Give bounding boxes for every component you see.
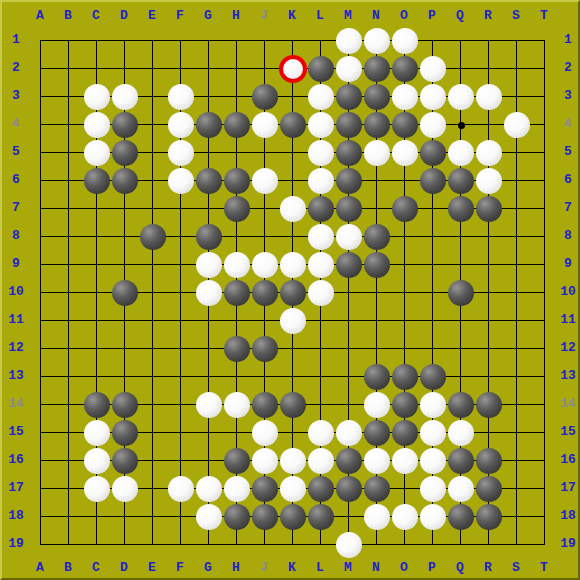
stone-black-R7 [476, 196, 502, 222]
stone-white-P2 [420, 56, 446, 82]
stone-black-L7 [308, 196, 334, 222]
stone-black-D10 [112, 280, 138, 306]
stone-white-M8 [336, 224, 362, 250]
coordinate-label-bottom-E: E [142, 561, 162, 575]
stone-black-D14 [112, 392, 138, 418]
stone-white-D17 [112, 476, 138, 502]
stone-black-J18 [252, 504, 278, 530]
go-board-applet: AABBCCDDEEFFGGHHJJKKLLMMNNOOPPQQRRSSTT11… [0, 0, 580, 580]
stone-black-C14 [84, 392, 110, 418]
stone-white-H17 [224, 476, 250, 502]
stone-black-G8 [196, 224, 222, 250]
stone-white-J16 [252, 448, 278, 474]
stone-white-F6 [168, 168, 194, 194]
coordinate-label-left-9: 9 [6, 257, 26, 271]
stone-white-M1 [336, 28, 362, 54]
stone-black-H10 [224, 280, 250, 306]
coordinate-label-top-N: N [366, 9, 386, 23]
stone-black-L18 [308, 504, 334, 530]
stone-white-P4 [420, 112, 446, 138]
stone-white-D3 [112, 84, 138, 110]
stone-black-Q18 [448, 504, 474, 530]
stone-white-C16 [84, 448, 110, 474]
stone-white-F3 [168, 84, 194, 110]
stone-white-G14 [196, 392, 222, 418]
stone-black-Q7 [448, 196, 474, 222]
stone-white-M19 [336, 532, 362, 558]
coordinate-label-top-A: A [30, 9, 50, 23]
coordinate-label-left-5: 5 [6, 145, 26, 159]
coordinate-label-right-5: 5 [558, 145, 578, 159]
coordinate-label-bottom-L: L [310, 561, 330, 575]
coordinate-label-left-18: 18 [6, 509, 26, 523]
coordinate-label-top-D: D [114, 9, 134, 23]
stone-black-M4 [336, 112, 362, 138]
coordinate-label-left-2: 2 [6, 61, 26, 75]
coordinate-label-right-11: 11 [558, 313, 578, 327]
stone-white-L4 [308, 112, 334, 138]
coordinate-label-left-14: 14 [6, 397, 26, 411]
coordinate-label-top-L: L [310, 9, 330, 23]
stone-white-F17 [168, 476, 194, 502]
stone-white-L8 [308, 224, 334, 250]
stone-black-M9 [336, 252, 362, 278]
coordinate-label-right-1: 1 [558, 33, 578, 47]
coordinate-label-left-12: 12 [6, 341, 26, 355]
coordinate-label-top-T: T [534, 9, 554, 23]
stone-white-C5 [84, 140, 110, 166]
coordinate-label-right-4: 4 [558, 117, 578, 131]
stone-white-K17 [280, 476, 306, 502]
stone-white-O3 [392, 84, 418, 110]
stone-black-O15 [392, 420, 418, 446]
coordinate-label-right-18: 18 [558, 509, 578, 523]
stone-white-N18 [364, 504, 390, 530]
coordinate-label-right-9: 9 [558, 257, 578, 271]
coordinate-label-right-10: 10 [558, 285, 578, 299]
stone-black-D4 [112, 112, 138, 138]
stone-white-L10 [308, 280, 334, 306]
stone-black-K10 [280, 280, 306, 306]
stone-white-C17 [84, 476, 110, 502]
stone-black-M17 [336, 476, 362, 502]
stone-black-H18 [224, 504, 250, 530]
coordinate-label-right-19: 19 [558, 537, 578, 551]
coordinate-label-right-7: 7 [558, 201, 578, 215]
stone-white-P18 [420, 504, 446, 530]
coordinate-label-top-M: M [338, 9, 358, 23]
stone-black-N2 [364, 56, 390, 82]
stone-black-N9 [364, 252, 390, 278]
stone-black-N13 [364, 364, 390, 390]
stone-white-O18 [392, 504, 418, 530]
coordinate-label-bottom-Q: Q [450, 561, 470, 575]
stone-black-R14 [476, 392, 502, 418]
stone-white-L5 [308, 140, 334, 166]
stone-white-Q5 [448, 140, 474, 166]
coordinate-label-right-16: 16 [558, 453, 578, 467]
coordinate-label-left-8: 8 [6, 229, 26, 243]
stone-white-O1 [392, 28, 418, 54]
stone-white-J9 [252, 252, 278, 278]
stone-white-N1 [364, 28, 390, 54]
stone-black-J17 [252, 476, 278, 502]
stone-black-J10 [252, 280, 278, 306]
stone-black-P13 [420, 364, 446, 390]
stone-black-N8 [364, 224, 390, 250]
stone-black-H7 [224, 196, 250, 222]
stone-white-R3 [476, 84, 502, 110]
last-move-marked-stone-K2 [279, 55, 307, 83]
stone-white-O16 [392, 448, 418, 474]
coordinate-label-top-C: C [86, 9, 106, 23]
stone-black-M6 [336, 168, 362, 194]
coordinate-label-bottom-M: M [338, 561, 358, 575]
stone-white-K16 [280, 448, 306, 474]
stone-black-C6 [84, 168, 110, 194]
stone-black-G6 [196, 168, 222, 194]
coordinate-label-right-6: 6 [558, 173, 578, 187]
coordinate-label-left-19: 19 [6, 537, 26, 551]
stone-black-M16 [336, 448, 362, 474]
stone-white-P14 [420, 392, 446, 418]
coordinate-label-right-15: 15 [558, 425, 578, 439]
stone-black-R18 [476, 504, 502, 530]
grid-hline-12 [40, 348, 545, 349]
stone-white-P3 [420, 84, 446, 110]
stone-white-L9 [308, 252, 334, 278]
stone-black-D5 [112, 140, 138, 166]
stone-black-D16 [112, 448, 138, 474]
coordinate-label-bottom-R: R [478, 561, 498, 575]
stone-white-N16 [364, 448, 390, 474]
coordinate-label-left-1: 1 [6, 33, 26, 47]
coordinate-label-right-17: 17 [558, 481, 578, 495]
coordinate-label-right-2: 2 [558, 61, 578, 75]
stone-black-N17 [364, 476, 390, 502]
stone-black-K14 [280, 392, 306, 418]
coordinate-label-left-10: 10 [6, 285, 26, 299]
stone-black-N4 [364, 112, 390, 138]
stone-black-H12 [224, 336, 250, 362]
stone-white-R5 [476, 140, 502, 166]
stone-white-S4 [504, 112, 530, 138]
stone-black-Q10 [448, 280, 474, 306]
stone-black-Q6 [448, 168, 474, 194]
stone-white-M2 [336, 56, 362, 82]
stone-black-P6 [420, 168, 446, 194]
stone-black-E8 [140, 224, 166, 250]
coordinate-label-bottom-J: J [254, 561, 274, 575]
stone-white-R6 [476, 168, 502, 194]
coordinate-label-top-E: E [142, 9, 162, 23]
coordinate-label-left-7: 7 [6, 201, 26, 215]
stone-white-G18 [196, 504, 222, 530]
coordinate-label-bottom-C: C [86, 561, 106, 575]
coordinate-label-top-J: J [254, 9, 274, 23]
stone-black-N3 [364, 84, 390, 110]
stone-white-F5 [168, 140, 194, 166]
coordinate-label-left-15: 15 [6, 425, 26, 439]
stone-white-G17 [196, 476, 222, 502]
stone-white-K7 [280, 196, 306, 222]
coordinate-label-bottom-H: H [226, 561, 246, 575]
stone-white-N14 [364, 392, 390, 418]
stone-black-L17 [308, 476, 334, 502]
coordinate-label-bottom-N: N [366, 561, 386, 575]
stone-white-L3 [308, 84, 334, 110]
coordinate-label-top-P: P [422, 9, 442, 23]
stone-black-H4 [224, 112, 250, 138]
stone-black-K4 [280, 112, 306, 138]
coordinate-label-top-B: B [58, 9, 78, 23]
stone-black-J14 [252, 392, 278, 418]
coordinate-label-top-Q: Q [450, 9, 470, 23]
stone-black-K18 [280, 504, 306, 530]
coordinate-label-top-S: S [506, 9, 526, 23]
stone-white-P15 [420, 420, 446, 446]
coordinate-label-top-F: F [170, 9, 190, 23]
stone-black-O4 [392, 112, 418, 138]
coordinate-label-bottom-S: S [506, 561, 526, 575]
stone-black-D6 [112, 168, 138, 194]
stone-black-Q14 [448, 392, 474, 418]
stone-black-R16 [476, 448, 502, 474]
stone-black-M3 [336, 84, 362, 110]
stone-black-G4 [196, 112, 222, 138]
stone-black-H6 [224, 168, 250, 194]
coordinate-label-bottom-K: K [282, 561, 302, 575]
stone-white-L15 [308, 420, 334, 446]
grid-vline-T [544, 40, 545, 545]
stone-black-P5 [420, 140, 446, 166]
stone-black-R17 [476, 476, 502, 502]
stone-white-K11 [280, 308, 306, 334]
stone-white-Q15 [448, 420, 474, 446]
stone-white-C3 [84, 84, 110, 110]
stone-white-Q3 [448, 84, 474, 110]
stone-black-D15 [112, 420, 138, 446]
stone-white-G10 [196, 280, 222, 306]
star-point-Q4 [458, 122, 465, 129]
grid-hline-13 [40, 376, 545, 377]
stone-black-H16 [224, 448, 250, 474]
stone-white-J4 [252, 112, 278, 138]
coordinate-label-bottom-P: P [422, 561, 442, 575]
coordinate-label-bottom-O: O [394, 561, 414, 575]
stone-white-L16 [308, 448, 334, 474]
coordinate-label-bottom-T: T [534, 561, 554, 575]
coordinate-label-right-3: 3 [558, 89, 578, 103]
stone-black-O2 [392, 56, 418, 82]
coordinate-label-top-R: R [478, 9, 498, 23]
coordinate-label-left-4: 4 [6, 117, 26, 131]
coordinate-label-right-14: 14 [558, 397, 578, 411]
coordinate-label-left-6: 6 [6, 173, 26, 187]
stone-white-M15 [336, 420, 362, 446]
stone-black-O13 [392, 364, 418, 390]
coordinate-label-bottom-D: D [114, 561, 134, 575]
stone-white-F4 [168, 112, 194, 138]
stone-white-G9 [196, 252, 222, 278]
stone-black-O14 [392, 392, 418, 418]
coordinate-label-left-17: 17 [6, 481, 26, 495]
stone-white-P17 [420, 476, 446, 502]
coordinate-label-bottom-A: A [30, 561, 50, 575]
coordinate-label-bottom-B: B [58, 561, 78, 575]
coordinate-label-right-8: 8 [558, 229, 578, 243]
stone-black-L2 [308, 56, 334, 82]
stone-white-C4 [84, 112, 110, 138]
stone-white-H14 [224, 392, 250, 418]
coordinate-label-bottom-G: G [198, 561, 218, 575]
stone-black-N15 [364, 420, 390, 446]
coordinate-label-left-16: 16 [6, 453, 26, 467]
stone-black-J3 [252, 84, 278, 110]
stone-white-J6 [252, 168, 278, 194]
stone-black-M7 [336, 196, 362, 222]
coordinate-label-left-11: 11 [6, 313, 26, 327]
coordinate-label-top-H: H [226, 9, 246, 23]
stone-black-J12 [252, 336, 278, 362]
stone-black-O7 [392, 196, 418, 222]
stone-white-Q17 [448, 476, 474, 502]
stone-white-L6 [308, 168, 334, 194]
coordinate-label-left-13: 13 [6, 369, 26, 383]
coordinate-label-top-K: K [282, 9, 302, 23]
stone-black-Q16 [448, 448, 474, 474]
stone-white-K9 [280, 252, 306, 278]
grid-hline-19 [40, 544, 545, 545]
stone-white-O5 [392, 140, 418, 166]
stone-white-H9 [224, 252, 250, 278]
coordinate-label-left-3: 3 [6, 89, 26, 103]
coordinate-label-right-13: 13 [558, 369, 578, 383]
stone-white-P16 [420, 448, 446, 474]
coordinate-label-top-O: O [394, 9, 414, 23]
coordinate-label-right-12: 12 [558, 341, 578, 355]
stone-white-N5 [364, 140, 390, 166]
coordinate-label-bottom-F: F [170, 561, 190, 575]
stone-white-C15 [84, 420, 110, 446]
stone-white-J15 [252, 420, 278, 446]
coordinate-label-top-G: G [198, 9, 218, 23]
stone-black-M5 [336, 140, 362, 166]
